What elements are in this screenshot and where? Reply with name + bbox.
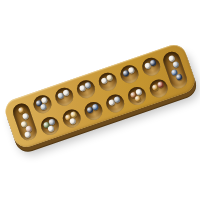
pit-bottom-6[interactable] (147, 77, 170, 100)
bead-blue (91, 103, 99, 111)
pit-bottom-4[interactable] (103, 92, 126, 115)
pit-bottom-1[interactable] (38, 114, 61, 137)
bead-silver (113, 96, 121, 104)
pit-top-2[interactable] (52, 85, 75, 108)
bead-navy (175, 74, 183, 82)
pit-bottom-5[interactable] (125, 84, 148, 107)
pit-top-3[interactable] (74, 77, 97, 100)
bead-red (156, 81, 164, 89)
pit-grid (30, 55, 170, 137)
bead-white (62, 89, 70, 97)
bead-cream (105, 74, 113, 82)
pit-top-6[interactable] (139, 55, 162, 78)
bead-white (127, 66, 135, 74)
bead-silver (172, 61, 180, 69)
bead-white (47, 125, 55, 133)
bead-silver (83, 81, 91, 89)
mancala-board (2, 41, 198, 150)
bead-white (68, 117, 76, 125)
pit-bottom-3[interactable] (81, 99, 104, 122)
pit-bottom-2[interactable] (60, 107, 83, 130)
bead-silver (39, 103, 47, 111)
bead-navy (149, 59, 157, 67)
pit-top-5[interactable] (117, 62, 140, 85)
bead-white (21, 113, 29, 121)
pit-top-1[interactable] (30, 92, 53, 115)
bead-amber (134, 95, 142, 103)
photo-background (0, 0, 200, 200)
bead-white (23, 131, 31, 139)
pit-top-4[interactable] (96, 70, 119, 93)
